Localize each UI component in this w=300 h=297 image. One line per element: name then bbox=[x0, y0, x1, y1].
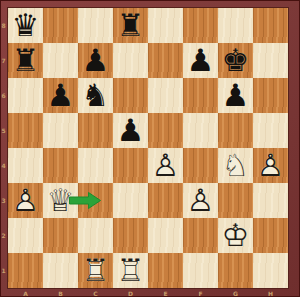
square-g3[interactable] bbox=[218, 183, 253, 218]
square-h2[interactable] bbox=[253, 218, 288, 253]
file-label-e: E bbox=[148, 290, 183, 297]
square-a8[interactable]: ♛ bbox=[8, 8, 43, 43]
file-label-h: H bbox=[253, 290, 288, 297]
square-d5[interactable]: ♟ bbox=[113, 113, 148, 148]
rank-label-4: 4 bbox=[0, 148, 7, 183]
piece-white-rook[interactable]: ♜♖ bbox=[78, 253, 113, 288]
square-g4[interactable]: ♞♘ bbox=[218, 148, 253, 183]
square-g1[interactable] bbox=[218, 253, 253, 288]
square-f8[interactable] bbox=[183, 8, 218, 43]
square-a5[interactable] bbox=[8, 113, 43, 148]
square-g2[interactable]: ♚♔ bbox=[218, 218, 253, 253]
piece-black-pawn[interactable]: ♟ bbox=[183, 43, 218, 78]
piece-black-pawn[interactable]: ♟ bbox=[78, 43, 113, 78]
piece-black-king[interactable]: ♚ bbox=[218, 43, 253, 78]
square-e2[interactable] bbox=[148, 218, 183, 253]
square-g7[interactable]: ♚ bbox=[218, 43, 253, 78]
square-e5[interactable] bbox=[148, 113, 183, 148]
square-e6[interactable] bbox=[148, 78, 183, 113]
square-b6[interactable]: ♟ bbox=[43, 78, 78, 113]
square-c6[interactable]: ♞ bbox=[78, 78, 113, 113]
piece-white-rook[interactable]: ♜♖ bbox=[113, 253, 148, 288]
square-d4[interactable] bbox=[113, 148, 148, 183]
square-h1[interactable] bbox=[253, 253, 288, 288]
square-e3[interactable] bbox=[148, 183, 183, 218]
rank-label-8: 8 bbox=[0, 8, 7, 43]
file-label-d: D bbox=[113, 290, 148, 297]
square-d2[interactable] bbox=[113, 218, 148, 253]
square-d1[interactable]: ♜♖ bbox=[113, 253, 148, 288]
rank-label-3: 3 bbox=[0, 183, 7, 218]
square-b2[interactable] bbox=[43, 218, 78, 253]
piece-black-rook[interactable]: ♜ bbox=[113, 8, 148, 43]
file-label-c: C bbox=[78, 290, 113, 297]
square-a4[interactable] bbox=[8, 148, 43, 183]
file-label-b: B bbox=[43, 290, 78, 297]
square-a7[interactable]: ♜ bbox=[8, 43, 43, 78]
square-d3[interactable] bbox=[113, 183, 148, 218]
square-g5[interactable] bbox=[218, 113, 253, 148]
piece-black-pawn[interactable]: ♟ bbox=[113, 113, 148, 148]
square-d7[interactable] bbox=[113, 43, 148, 78]
square-b8[interactable] bbox=[43, 8, 78, 43]
square-h5[interactable] bbox=[253, 113, 288, 148]
square-c1[interactable]: ♜♖ bbox=[78, 253, 113, 288]
square-c8[interactable] bbox=[78, 8, 113, 43]
rank-label-5: 5 bbox=[0, 113, 7, 148]
square-e7[interactable] bbox=[148, 43, 183, 78]
square-h7[interactable] bbox=[253, 43, 288, 78]
piece-white-pawn[interactable]: ♟♙ bbox=[183, 183, 218, 218]
square-b1[interactable] bbox=[43, 253, 78, 288]
rank-label-6: 6 bbox=[0, 78, 7, 113]
piece-black-knight[interactable]: ♞ bbox=[78, 78, 113, 113]
chess-diagram: 87654321 ABCDEFGH ♛♜♜♟♟♚♟♞♟♟♟♙♞♘♟♙♟♙♛♕♟♙… bbox=[0, 0, 300, 297]
square-h6[interactable] bbox=[253, 78, 288, 113]
piece-black-pawn[interactable]: ♟ bbox=[43, 78, 78, 113]
piece-white-pawn[interactable]: ♟♙ bbox=[253, 148, 288, 183]
square-a3[interactable]: ♟♙ bbox=[8, 183, 43, 218]
square-h8[interactable] bbox=[253, 8, 288, 43]
square-d8[interactable]: ♜ bbox=[113, 8, 148, 43]
piece-white-pawn[interactable]: ♟♙ bbox=[148, 148, 183, 183]
square-c7[interactable]: ♟ bbox=[78, 43, 113, 78]
square-h4[interactable]: ♟♙ bbox=[253, 148, 288, 183]
square-g6[interactable]: ♟ bbox=[218, 78, 253, 113]
square-a6[interactable] bbox=[8, 78, 43, 113]
square-c2[interactable] bbox=[78, 218, 113, 253]
chess-board[interactable]: ♛♜♜♟♟♚♟♞♟♟♟♙♞♘♟♙♟♙♛♕♟♙♚♔♜♖♜♖ bbox=[7, 7, 289, 289]
square-e4[interactable]: ♟♙ bbox=[148, 148, 183, 183]
square-g8[interactable] bbox=[218, 8, 253, 43]
piece-white-queen[interactable]: ♛♕ bbox=[43, 183, 78, 218]
square-b4[interactable] bbox=[43, 148, 78, 183]
square-f4[interactable] bbox=[183, 148, 218, 183]
square-c4[interactable] bbox=[78, 148, 113, 183]
square-f6[interactable] bbox=[183, 78, 218, 113]
rank-label-2: 2 bbox=[0, 218, 7, 253]
file-label-g: G bbox=[218, 290, 253, 297]
square-a2[interactable] bbox=[8, 218, 43, 253]
rank-label-1: 1 bbox=[0, 253, 7, 288]
board-frame: 87654321 ABCDEFGH ♛♜♜♟♟♚♟♞♟♟♟♙♞♘♟♙♟♙♛♕♟♙… bbox=[0, 0, 300, 297]
square-e8[interactable] bbox=[148, 8, 183, 43]
square-f2[interactable] bbox=[183, 218, 218, 253]
square-b5[interactable] bbox=[43, 113, 78, 148]
square-d6[interactable] bbox=[113, 78, 148, 113]
rank-label-7: 7 bbox=[0, 43, 7, 78]
square-a1[interactable] bbox=[8, 253, 43, 288]
square-f7[interactable]: ♟ bbox=[183, 43, 218, 78]
file-label-f: F bbox=[183, 290, 218, 297]
square-b7[interactable] bbox=[43, 43, 78, 78]
square-f3[interactable]: ♟♙ bbox=[183, 183, 218, 218]
square-b3[interactable]: ♛♕ bbox=[43, 183, 78, 218]
square-h3[interactable] bbox=[253, 183, 288, 218]
square-c3[interactable] bbox=[78, 183, 113, 218]
piece-white-king[interactable]: ♚♔ bbox=[218, 218, 253, 253]
file-label-a: A bbox=[8, 290, 43, 297]
square-f1[interactable] bbox=[183, 253, 218, 288]
piece-white-knight[interactable]: ♞♘ bbox=[218, 148, 253, 183]
square-e1[interactable] bbox=[148, 253, 183, 288]
square-c5[interactable] bbox=[78, 113, 113, 148]
piece-black-queen[interactable]: ♛ bbox=[8, 8, 43, 43]
square-f5[interactable] bbox=[183, 113, 218, 148]
piece-black-rook[interactable]: ♜ bbox=[8, 43, 43, 78]
piece-black-pawn[interactable]: ♟ bbox=[218, 78, 253, 113]
piece-white-pawn[interactable]: ♟♙ bbox=[8, 183, 43, 218]
